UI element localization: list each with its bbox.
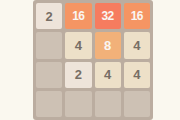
empty-cell bbox=[124, 91, 150, 117]
tile-32: 32 bbox=[95, 3, 121, 29]
tile-8: 8 bbox=[95, 32, 121, 58]
empty-cell bbox=[36, 91, 62, 117]
tile-16: 16 bbox=[65, 3, 91, 29]
tile-4: 4 bbox=[65, 32, 91, 58]
tile-4: 4 bbox=[124, 32, 150, 58]
tile-2: 2 bbox=[65, 62, 91, 88]
tile-4: 4 bbox=[95, 62, 121, 88]
tile-4: 4 bbox=[124, 62, 150, 88]
tile-2: 2 bbox=[36, 3, 62, 29]
game-board-2048[interactable]: 2163216484244 bbox=[33, 0, 153, 120]
empty-cell bbox=[36, 62, 62, 88]
empty-cell bbox=[95, 91, 121, 117]
app-background: 2163216484244 bbox=[0, 0, 180, 120]
empty-cell bbox=[36, 32, 62, 58]
tile-16: 16 bbox=[124, 3, 150, 29]
empty-cell bbox=[65, 91, 91, 117]
